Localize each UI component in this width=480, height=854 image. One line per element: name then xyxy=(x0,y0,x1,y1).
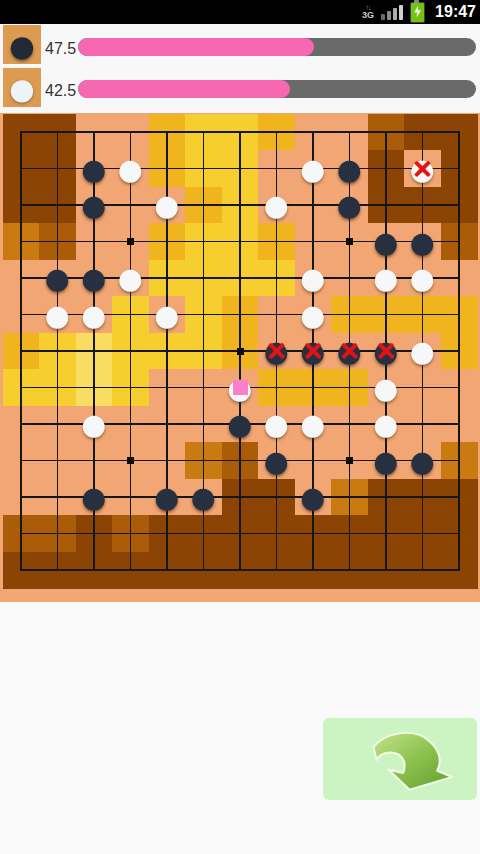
white-stone[interactable]: ● xyxy=(148,186,186,224)
white-stone[interactable]: ● xyxy=(75,405,113,443)
score-panel: ● 47.5 ● 42.5 xyxy=(0,24,480,113)
status-clock: 19:47 xyxy=(435,3,476,21)
white-stone[interactable]: ● xyxy=(294,150,332,188)
black-score-bar xyxy=(78,38,476,56)
white-score-bar xyxy=(78,80,476,98)
network-3g-icon: ↑↓ 3G xyxy=(362,4,374,20)
signal-strength-icon xyxy=(381,4,403,20)
white-stone[interactable]: ● xyxy=(294,405,332,443)
white-stone-icon: ● xyxy=(6,69,37,107)
black-stone-icon: ● xyxy=(6,26,37,64)
white-stone[interactable]: ● xyxy=(367,259,405,297)
black-score: 47.5 xyxy=(45,40,79,58)
battery-charging-icon xyxy=(410,2,425,23)
status-bar: ↑↓ 3G 19:47 xyxy=(0,0,480,24)
white-stone[interactable]: ● xyxy=(148,296,186,334)
hoshi-point xyxy=(127,238,134,245)
black-stone[interactable]: ● xyxy=(367,442,405,480)
black-stone[interactable]: ● xyxy=(185,478,223,516)
grid-line xyxy=(20,569,460,571)
hoshi-point xyxy=(346,238,353,245)
black-stone[interactable]: ● xyxy=(331,186,369,224)
black-stone[interactable]: ● xyxy=(75,186,113,224)
dead-stone-x-mark: ✕ xyxy=(331,339,369,364)
go-board[interactable]: ●●●●●●●●●●●●●●●●●●●●●●●●●●●●●●●●●●●●●●●●… xyxy=(0,113,480,602)
last-move-marker xyxy=(233,380,248,395)
black-stone[interactable]: ● xyxy=(75,478,113,516)
white-stone[interactable]: ● xyxy=(404,259,442,297)
white-stone[interactable]: ● xyxy=(112,259,150,297)
white-stone[interactable]: ● xyxy=(75,296,113,334)
undo-button[interactable] xyxy=(323,718,477,800)
hoshi-point xyxy=(127,457,134,464)
black-stone[interactable]: ● xyxy=(258,442,296,480)
black-stone[interactable]: ● xyxy=(148,478,186,516)
white-stone[interactable]: ● xyxy=(39,296,77,334)
dead-stone-x-mark: ✕ xyxy=(367,339,405,364)
undo-curved-arrow-icon xyxy=(341,726,459,792)
go-app-screen: { "game": "go", "status_bar": { "time": … xyxy=(0,0,480,854)
black-stone[interactable]: ● xyxy=(221,405,259,443)
white-player-avatar: ● xyxy=(3,68,41,107)
dead-stone-x-mark: ✕ xyxy=(258,339,296,364)
hoshi-point xyxy=(346,457,353,464)
grid-line xyxy=(458,131,460,571)
lightning-bolt-icon xyxy=(414,6,421,18)
grid-line xyxy=(20,533,460,535)
black-stone[interactable]: ● xyxy=(404,442,442,480)
black-player-avatar: ● xyxy=(3,25,41,64)
white-score: 42.5 xyxy=(45,82,79,100)
white-stone[interactable]: ● xyxy=(258,186,296,224)
black-stone[interactable]: ● xyxy=(294,478,332,516)
hoshi-point xyxy=(237,348,244,355)
dead-stone-x-mark: ✕ xyxy=(404,157,442,182)
white-stone[interactable]: ● xyxy=(404,332,442,370)
white-stone[interactable]: ● xyxy=(112,150,150,188)
dead-stone-x-mark: ✕ xyxy=(294,339,332,364)
